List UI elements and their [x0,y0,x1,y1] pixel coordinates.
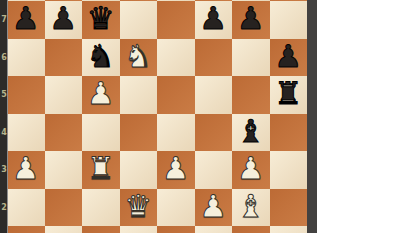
piece-black-knight: ♞ [87,38,115,76]
piece-white-pawn: ♟ [199,188,227,226]
square-d1[interactable] [120,226,158,233]
square-h7[interactable] [270,1,308,39]
piece-white-queen: ♛ [124,188,152,226]
piece-white-knight: ♞ [124,38,152,76]
square-d4[interactable] [120,114,158,152]
square-e3[interactable]: ♟ [157,151,195,189]
square-g2[interactable]: ♝ [232,189,270,227]
square-d6[interactable]: ♞ [120,39,158,77]
square-e4[interactable] [157,114,195,152]
rank-label-rail: 765432 [0,0,8,233]
piece-white-pawn: ♟ [237,150,265,188]
square-c5[interactable]: ♟ [82,76,120,114]
square-g6[interactable] [232,39,270,77]
square-h2[interactable] [270,189,308,227]
square-h1[interactable] [270,226,308,233]
piece-black-queen: ♛ [87,0,115,38]
rank-label-7: 7 [1,15,7,24]
square-a1[interactable] [7,226,45,233]
board-grid: ♟♟♛♟♟♞♞♟♟♜♝♟♜♟♟♛♟♝ [7,0,307,233]
square-h4[interactable] [270,114,308,152]
page-background [317,0,414,233]
piece-black-pawn: ♟ [274,38,302,76]
square-f2[interactable]: ♟ [195,189,233,227]
square-d3[interactable] [120,151,158,189]
square-e2[interactable] [157,189,195,227]
square-f6[interactable] [195,39,233,77]
square-b4[interactable] [45,114,83,152]
square-b6[interactable] [45,39,83,77]
square-c2[interactable] [82,189,120,227]
square-c7[interactable]: ♛ [82,1,120,39]
piece-white-pawn: ♟ [162,150,190,188]
square-a4[interactable] [7,114,45,152]
square-a5[interactable] [7,76,45,114]
square-h3[interactable] [270,151,308,189]
square-f7[interactable]: ♟ [195,1,233,39]
square-f3[interactable] [195,151,233,189]
square-g5[interactable] [232,76,270,114]
piece-black-pawn: ♟ [237,0,265,38]
piece-white-rook: ♜ [87,150,115,188]
board-right-frame [307,0,317,233]
square-a6[interactable] [7,39,45,77]
rank-label-2: 2 [1,203,7,212]
square-f4[interactable] [195,114,233,152]
rank-label-5: 5 [1,90,7,99]
square-a2[interactable] [7,189,45,227]
square-b7[interactable]: ♟ [45,1,83,39]
piece-black-pawn: ♟ [49,0,77,38]
square-e7[interactable] [157,1,195,39]
square-g4[interactable]: ♝ [232,114,270,152]
piece-white-pawn: ♟ [12,150,40,188]
piece-black-pawn: ♟ [199,0,227,38]
square-d7[interactable] [120,1,158,39]
square-h6[interactable]: ♟ [270,39,308,77]
rank-label-6: 6 [1,53,7,62]
square-f5[interactable] [195,76,233,114]
chess-board: ♟♟♛♟♟♞♞♟♟♜♝♟♜♟♟♛♟♝ [7,0,307,233]
square-e1[interactable] [157,226,195,233]
square-c1[interactable] [82,226,120,233]
square-g3[interactable]: ♟ [232,151,270,189]
square-d5[interactable] [120,76,158,114]
square-b1[interactable] [45,226,83,233]
square-e6[interactable] [157,39,195,77]
square-c4[interactable] [82,114,120,152]
piece-white-bishop: ♝ [237,188,265,226]
rank-label-4: 4 [1,128,7,137]
square-h5[interactable]: ♜ [270,76,308,114]
square-e5[interactable] [157,76,195,114]
rank-label-3: 3 [1,165,7,174]
piece-black-pawn: ♟ [12,0,40,38]
square-b3[interactable] [45,151,83,189]
square-g1[interactable] [232,226,270,233]
square-d2[interactable]: ♛ [120,189,158,227]
square-a3[interactable]: ♟ [7,151,45,189]
square-f1[interactable] [195,226,233,233]
square-b5[interactable] [45,76,83,114]
square-c3[interactable]: ♜ [82,151,120,189]
square-c6[interactable]: ♞ [82,39,120,77]
square-b2[interactable] [45,189,83,227]
piece-white-pawn: ♟ [87,75,115,113]
square-g7[interactable]: ♟ [232,1,270,39]
piece-black-bishop: ♝ [237,113,265,151]
piece-black-rook: ♜ [274,75,302,113]
square-a7[interactable]: ♟ [7,1,45,39]
